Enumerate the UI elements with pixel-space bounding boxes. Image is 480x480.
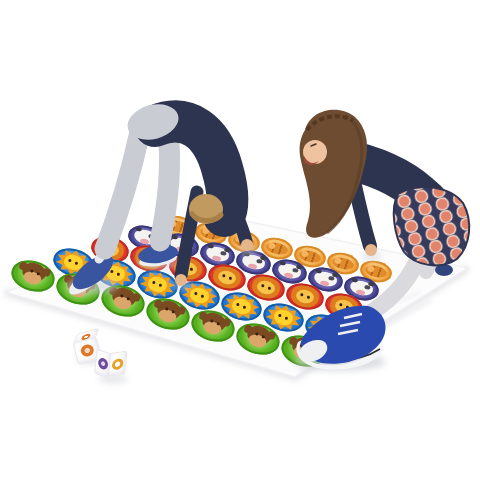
scene (0, 0, 480, 480)
die-1-front-pip-orange (80, 343, 96, 358)
die-2-left-pip-purple (98, 357, 109, 371)
dice-tray (0, 0, 480, 480)
die-2-right-face (108, 351, 128, 377)
die-2-right-pip-yellow (111, 358, 123, 371)
die-2 (93, 347, 128, 382)
